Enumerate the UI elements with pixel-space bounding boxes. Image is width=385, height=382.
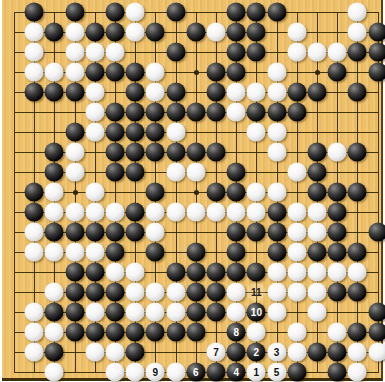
black-stone — [328, 223, 347, 242]
black-stone — [106, 3, 125, 22]
move-number-label: 7 — [207, 343, 226, 362]
black-stone — [65, 123, 84, 142]
white-stone — [45, 243, 64, 262]
black-stone — [126, 203, 145, 222]
black-stone — [45, 343, 64, 362]
black-stone — [126, 123, 145, 142]
black-stone — [247, 3, 266, 22]
black-stone — [348, 283, 367, 302]
black-stone — [186, 283, 205, 302]
white-stone — [287, 23, 306, 42]
white-stone — [166, 203, 185, 222]
move-number-label: 11 — [247, 283, 266, 302]
white-stone — [328, 143, 347, 162]
white-stone — [348, 3, 367, 22]
white-stone — [146, 303, 165, 322]
black-stone — [85, 323, 104, 342]
white-stone — [25, 23, 44, 42]
white-stone — [267, 123, 286, 142]
white-stone — [126, 23, 145, 42]
white-stone — [287, 323, 306, 342]
white-stone — [25, 303, 44, 322]
black-stone — [227, 243, 246, 262]
white-stone — [126, 3, 145, 22]
black-stone — [227, 163, 246, 182]
star-point — [315, 70, 320, 75]
white-stone — [166, 283, 185, 302]
white-stone — [267, 83, 286, 102]
white-stone — [25, 243, 44, 262]
black-stone — [328, 203, 347, 222]
white-stone — [287, 283, 306, 302]
white-stone — [25, 43, 44, 62]
black-stone — [227, 183, 246, 202]
black-stone — [227, 223, 246, 242]
black-stone — [65, 323, 84, 342]
black-stone — [207, 303, 226, 322]
white-stone — [348, 263, 367, 282]
black-stone — [227, 63, 246, 82]
black-stone — [45, 163, 64, 182]
white-stone — [65, 203, 84, 222]
black-stone — [287, 103, 306, 122]
black-stone — [45, 83, 64, 102]
black-stone — [308, 243, 327, 262]
black-stone — [106, 323, 125, 342]
black-stone — [65, 223, 84, 242]
white-stone — [65, 63, 84, 82]
move-number-label: 9 — [146, 363, 165, 382]
black-stone — [146, 123, 165, 142]
white-stone — [45, 283, 64, 302]
black-stone — [368, 323, 385, 342]
black-stone — [348, 43, 367, 62]
black-stone — [348, 183, 367, 202]
white-stone — [267, 63, 286, 82]
white-stone — [126, 363, 145, 382]
black-stone — [146, 23, 165, 42]
white-stone — [65, 143, 84, 162]
black-stone — [45, 143, 64, 162]
black-stone — [328, 243, 347, 262]
black-stone — [186, 23, 205, 42]
go-board[interactable]: 1234567891011 — [2, 0, 383, 381]
black-stone — [207, 363, 226, 382]
black-stone — [247, 23, 266, 42]
white-stone — [65, 43, 84, 62]
black-stone — [207, 283, 226, 302]
white-stone — [247, 323, 266, 342]
black-stone — [106, 243, 125, 262]
white-stone — [146, 83, 165, 102]
black-stone — [368, 63, 385, 82]
white-stone — [65, 163, 84, 182]
white-stone — [328, 43, 347, 62]
black-stone — [106, 163, 125, 182]
black-stone — [207, 103, 226, 122]
black-stone — [25, 203, 44, 222]
white-stone — [328, 323, 347, 342]
white-stone — [45, 363, 64, 382]
white-stone — [287, 43, 306, 62]
black-stone — [166, 263, 185, 282]
black-stone — [166, 323, 185, 342]
black-stone — [146, 183, 165, 202]
black-stone — [328, 363, 347, 382]
white-stone — [308, 303, 327, 322]
black-stone — [247, 43, 266, 62]
star-point — [194, 70, 199, 75]
black-stone — [106, 223, 125, 242]
black-stone — [308, 83, 327, 102]
black-stone — [368, 223, 385, 242]
black-stone — [65, 303, 84, 322]
black-stone — [25, 3, 44, 22]
black-stone — [25, 183, 44, 202]
white-stone — [85, 123, 104, 142]
black-stone — [308, 183, 327, 202]
white-stone — [247, 203, 266, 222]
black-stone — [126, 83, 145, 102]
white-stone — [207, 203, 226, 222]
black-stone — [45, 223, 64, 242]
black-stone — [328, 283, 347, 302]
white-stone — [287, 243, 306, 262]
black-stone — [207, 63, 226, 82]
white-stone — [308, 203, 327, 222]
black-stone — [328, 183, 347, 202]
black-stone — [267, 223, 286, 242]
black-stone — [186, 323, 205, 342]
black-stone — [287, 83, 306, 102]
white-stone — [308, 283, 327, 302]
black-stone — [328, 63, 347, 82]
white-stone — [207, 23, 226, 42]
white-stone — [25, 343, 44, 362]
white-stone — [247, 183, 266, 202]
black-stone — [207, 183, 226, 202]
black-stone — [348, 143, 367, 162]
black-stone — [106, 63, 125, 82]
white-stone — [146, 223, 165, 242]
white-stone — [287, 263, 306, 282]
move-number-label: 3 — [267, 343, 286, 362]
move-number-label: 10 — [247, 303, 266, 322]
black-stone — [45, 23, 64, 42]
black-stone — [308, 343, 327, 362]
black-stone — [267, 203, 286, 222]
white-stone — [247, 83, 266, 102]
black-stone — [186, 103, 205, 122]
black-stone — [227, 23, 246, 42]
white-stone — [106, 343, 125, 362]
black-stone — [146, 243, 165, 262]
black-stone — [207, 143, 226, 162]
black-stone — [126, 143, 145, 162]
black-stone — [85, 23, 104, 42]
white-stone — [146, 63, 165, 82]
black-stone — [146, 143, 165, 162]
black-stone — [348, 83, 367, 102]
white-stone — [186, 163, 205, 182]
black-stone — [267, 103, 286, 122]
white-stone — [85, 243, 104, 262]
black-stone — [126, 163, 145, 182]
white-stone — [186, 203, 205, 222]
white-stone — [267, 143, 286, 162]
white-stone — [65, 23, 84, 42]
black-stone — [247, 263, 266, 282]
black-stone — [106, 103, 125, 122]
black-stone — [186, 303, 205, 322]
white-stone — [287, 163, 306, 182]
black-stone — [146, 103, 165, 122]
white-stone — [267, 183, 286, 202]
black-stone — [106, 123, 125, 142]
black-stone — [186, 263, 205, 282]
black-stone — [166, 3, 185, 22]
black-stone — [126, 63, 145, 82]
white-stone — [227, 83, 246, 102]
black-stone — [166, 83, 185, 102]
white-stone — [348, 363, 367, 382]
star-point — [194, 190, 199, 195]
black-stone — [186, 243, 205, 262]
black-stone — [126, 323, 145, 342]
white-stone — [106, 263, 125, 282]
black-stone — [65, 263, 84, 282]
black-stone — [267, 3, 286, 22]
black-stone — [247, 103, 266, 122]
white-stone — [308, 263, 327, 282]
black-stone — [65, 3, 84, 22]
white-stone — [146, 283, 165, 302]
white-stone — [328, 263, 347, 282]
black-stone — [106, 143, 125, 162]
black-stone — [126, 223, 145, 242]
black-stone — [287, 363, 306, 382]
white-stone — [25, 223, 44, 242]
white-stone — [126, 263, 145, 282]
white-stone — [146, 203, 165, 222]
white-stone — [287, 223, 306, 242]
white-stone — [126, 303, 145, 322]
black-stone — [85, 283, 104, 302]
white-stone — [85, 183, 104, 202]
white-stone — [25, 323, 44, 342]
white-stone — [287, 343, 306, 362]
white-stone — [348, 23, 367, 42]
white-stone — [85, 43, 104, 62]
white-stone — [267, 303, 286, 322]
black-stone — [126, 103, 145, 122]
white-stone — [227, 283, 246, 302]
white-stone — [85, 343, 104, 362]
white-stone — [45, 203, 64, 222]
white-stone — [45, 323, 64, 342]
black-stone — [45, 303, 64, 322]
white-stone — [267, 263, 286, 282]
white-stone — [308, 223, 327, 242]
black-stone — [368, 43, 385, 62]
black-stone — [186, 143, 205, 162]
black-stone — [85, 63, 104, 82]
black-stone — [227, 43, 246, 62]
move-number-label: 1 — [247, 363, 266, 382]
black-stone — [328, 343, 347, 362]
black-stone — [348, 243, 367, 262]
white-stone — [65, 243, 84, 262]
black-stone — [126, 343, 145, 362]
move-number-label: 6 — [186, 363, 205, 382]
black-stone — [267, 243, 286, 262]
white-stone — [85, 203, 104, 222]
white-stone — [166, 303, 185, 322]
white-stone — [227, 203, 246, 222]
white-stone — [166, 123, 185, 142]
white-stone — [45, 183, 64, 202]
black-stone — [368, 303, 385, 322]
white-stone — [126, 283, 145, 302]
black-stone — [308, 143, 327, 162]
move-number-label: 4 — [227, 363, 246, 382]
black-stone — [146, 323, 165, 342]
black-stone — [85, 223, 104, 242]
white-stone — [85, 103, 104, 122]
black-stone — [106, 23, 125, 42]
black-stone — [65, 283, 84, 302]
black-stone — [65, 83, 84, 102]
black-stone — [85, 263, 104, 282]
black-stone — [308, 163, 327, 182]
black-stone — [227, 263, 246, 282]
white-stone — [287, 203, 306, 222]
black-stone — [207, 83, 226, 102]
star-point — [73, 190, 78, 195]
black-stone — [166, 103, 185, 122]
move-number-label: 8 — [227, 323, 246, 342]
white-stone — [85, 303, 104, 322]
black-stone — [106, 283, 125, 302]
white-stone — [227, 303, 246, 322]
white-stone — [247, 123, 266, 142]
white-stone — [25, 63, 44, 82]
white-stone — [368, 343, 385, 362]
move-number-label: 2 — [247, 343, 266, 362]
white-stone — [166, 163, 185, 182]
white-stone — [106, 363, 125, 382]
white-stone — [106, 203, 125, 222]
white-stone — [267, 283, 286, 302]
black-stone — [227, 343, 246, 362]
black-stone — [166, 143, 185, 162]
black-stone — [106, 303, 125, 322]
move-number-label: 5 — [267, 363, 286, 382]
white-stone — [45, 63, 64, 82]
black-stone — [207, 263, 226, 282]
black-stone — [227, 3, 246, 22]
white-stone — [308, 43, 327, 62]
white-stone — [85, 83, 104, 102]
black-stone — [247, 223, 266, 242]
black-stone — [25, 83, 44, 102]
white-stone — [348, 343, 367, 362]
white-stone — [166, 363, 185, 382]
white-stone — [106, 43, 125, 62]
black-stone — [166, 43, 185, 62]
black-stone — [368, 23, 385, 42]
white-stone — [227, 103, 246, 122]
black-stone — [348, 323, 367, 342]
grid-line-vertical — [297, 12, 298, 373]
